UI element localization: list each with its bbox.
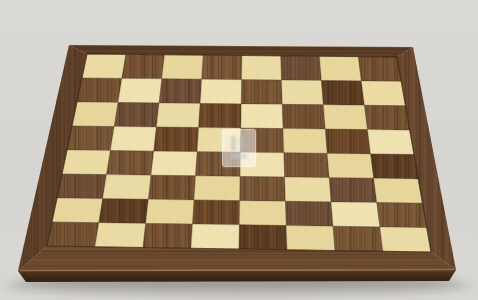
- square-h6[interactable]: [364, 105, 409, 130]
- square-f2[interactable]: [285, 201, 333, 226]
- square-b2[interactable]: [99, 199, 149, 224]
- square-d8[interactable]: [202, 55, 242, 80]
- square-g2[interactable]: [331, 202, 380, 227]
- square-a8[interactable]: [82, 54, 126, 78]
- square-g3[interactable]: [329, 178, 377, 203]
- square-c6[interactable]: [156, 103, 200, 128]
- square-b8[interactable]: [122, 54, 165, 78]
- square-d2[interactable]: [193, 200, 240, 225]
- square-c2[interactable]: [146, 199, 194, 224]
- square-h1[interactable]: [380, 227, 431, 252]
- square-e3[interactable]: [240, 176, 286, 201]
- square-b3[interactable]: [103, 175, 151, 200]
- square-a4[interactable]: [62, 150, 110, 175]
- square-h5[interactable]: [368, 130, 414, 155]
- square-f1[interactable]: [286, 226, 335, 251]
- square-c5[interactable]: [154, 127, 199, 152]
- square-g5[interactable]: [325, 129, 370, 154]
- board-side-grain: [18, 270, 456, 282]
- square-d1[interactable]: [191, 224, 239, 249]
- front-edge-highlight: [20, 270, 454, 271]
- square-c3[interactable]: [148, 175, 195, 200]
- square-h8[interactable]: [358, 57, 401, 82]
- square-f5[interactable]: [283, 129, 327, 154]
- square-f6[interactable]: [282, 104, 325, 129]
- square-e6[interactable]: [241, 104, 283, 129]
- square-f4[interactable]: [284, 153, 329, 178]
- watermark-glyph-base: [230, 153, 247, 159]
- square-h4[interactable]: [371, 154, 419, 179]
- square-b4[interactable]: [107, 151, 154, 176]
- watermark-glyph-bar: [240, 136, 245, 151]
- watermark: [222, 129, 256, 167]
- square-g8[interactable]: [320, 56, 362, 81]
- square-g6[interactable]: [323, 105, 367, 130]
- square-c8[interactable]: [162, 55, 203, 80]
- square-f3[interactable]: [285, 177, 331, 202]
- square-h3[interactable]: [374, 178, 423, 203]
- square-f7[interactable]: [282, 80, 324, 105]
- square-g7[interactable]: [321, 81, 364, 106]
- square-d3[interactable]: [194, 176, 240, 201]
- square-d7[interactable]: [200, 79, 241, 104]
- watermark-glyph-bar: [231, 136, 236, 151]
- square-e2[interactable]: [239, 201, 286, 226]
- square-a1[interactable]: [47, 222, 99, 247]
- square-a2[interactable]: [52, 198, 103, 223]
- square-b5[interactable]: [110, 127, 156, 152]
- square-h7[interactable]: [361, 81, 405, 106]
- square-e7[interactable]: [241, 80, 282, 105]
- square-c1[interactable]: [143, 223, 193, 248]
- square-g1[interactable]: [333, 226, 383, 251]
- square-g4[interactable]: [327, 153, 373, 178]
- square-a6[interactable]: [72, 102, 118, 127]
- square-b7[interactable]: [118, 78, 162, 103]
- square-a5[interactable]: [67, 126, 114, 151]
- square-d6[interactable]: [199, 103, 242, 128]
- square-e1[interactable]: [239, 225, 287, 250]
- square-h2[interactable]: [377, 203, 427, 228]
- square-e8[interactable]: [242, 56, 282, 81]
- square-c4[interactable]: [151, 151, 197, 176]
- square-a7[interactable]: [77, 78, 122, 102]
- scene: [0, 0, 478, 300]
- square-a3[interactable]: [57, 174, 107, 199]
- square-f8[interactable]: [281, 56, 322, 81]
- square-c7[interactable]: [159, 79, 202, 104]
- square-b6[interactable]: [114, 102, 159, 127]
- square-b1[interactable]: [95, 223, 146, 248]
